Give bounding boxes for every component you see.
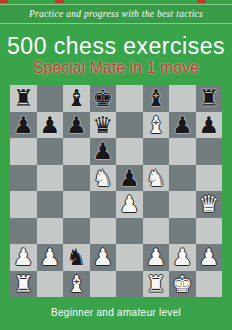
square-g7: ♟ bbox=[169, 112, 196, 139]
black-pawn: ♟ bbox=[198, 112, 219, 139]
black-rook: ♜ bbox=[13, 85, 34, 112]
black-pawn: ♟ bbox=[119, 165, 140, 192]
square-g2: ♟ bbox=[169, 244, 196, 271]
square-c5 bbox=[63, 165, 90, 192]
red-edge-mark bbox=[55, 0, 64, 3]
square-d6: ♟ bbox=[90, 138, 117, 165]
square-c6 bbox=[63, 138, 90, 165]
square-a2: ♟ bbox=[10, 244, 37, 271]
white-knight: ♞ bbox=[92, 165, 113, 192]
square-c8: ♝ bbox=[63, 85, 90, 112]
white-pawn: ♟ bbox=[198, 244, 219, 271]
square-b5 bbox=[37, 165, 64, 192]
black-knight: ♞ bbox=[66, 244, 87, 271]
square-e1 bbox=[116, 271, 143, 298]
square-e4: ♟ bbox=[116, 191, 143, 218]
square-c2: ♞ bbox=[63, 244, 90, 271]
square-c4 bbox=[63, 191, 90, 218]
white-pawn: ♟ bbox=[39, 244, 60, 271]
square-d7: ♛ bbox=[90, 112, 117, 139]
book-cover: Practice and progress with the best tact… bbox=[0, 0, 232, 330]
square-c1: ♝ bbox=[63, 271, 90, 298]
square-h5 bbox=[196, 165, 223, 192]
black-pawn: ♟ bbox=[92, 138, 113, 165]
square-f8: ♝ bbox=[143, 85, 170, 112]
subtitle: Special Mate in 1 move bbox=[0, 58, 232, 78]
black-king: ♚ bbox=[92, 85, 113, 112]
square-h6 bbox=[196, 138, 223, 165]
square-d8: ♚ bbox=[90, 85, 117, 112]
black-rook: ♜ bbox=[198, 85, 219, 112]
square-a4 bbox=[10, 191, 37, 218]
white-rook: ♜ bbox=[145, 271, 166, 298]
square-b2: ♟ bbox=[37, 244, 64, 271]
square-a8: ♜ bbox=[10, 85, 37, 112]
banner-text: Practice and progress with the best tact… bbox=[29, 9, 203, 19]
black-pawn: ♟ bbox=[13, 112, 34, 139]
square-f3 bbox=[143, 218, 170, 245]
white-rook: ♜ bbox=[13, 271, 34, 298]
square-h8: ♜ bbox=[196, 85, 223, 112]
square-d2: ♟ bbox=[90, 244, 117, 271]
square-h7: ♟ bbox=[196, 112, 223, 139]
square-a1: ♜ bbox=[10, 271, 37, 298]
square-g5 bbox=[169, 165, 196, 192]
square-h1 bbox=[196, 271, 223, 298]
black-bishop: ♝ bbox=[145, 85, 166, 112]
white-pawn: ♟ bbox=[92, 244, 113, 271]
page-title: 500 chess exercises bbox=[0, 33, 232, 59]
white-queen: ♛ bbox=[198, 191, 219, 218]
white-king: ♚ bbox=[172, 271, 193, 298]
black-bishop: ♝ bbox=[66, 85, 87, 112]
white-pawn: ♟ bbox=[172, 244, 193, 271]
square-e8 bbox=[116, 85, 143, 112]
square-f6 bbox=[143, 138, 170, 165]
square-g4 bbox=[169, 191, 196, 218]
square-f4 bbox=[143, 191, 170, 218]
square-f1: ♜ bbox=[143, 271, 170, 298]
square-b1 bbox=[37, 271, 64, 298]
white-bishop: ♝ bbox=[145, 112, 166, 139]
red-edge-mark bbox=[0, 0, 8, 3]
square-h2: ♟ bbox=[196, 244, 223, 271]
square-h3 bbox=[196, 218, 223, 245]
black-queen: ♛ bbox=[92, 112, 113, 139]
square-d4 bbox=[90, 191, 117, 218]
white-pawn: ♟ bbox=[119, 191, 140, 218]
square-b3 bbox=[37, 218, 64, 245]
square-e6 bbox=[116, 138, 143, 165]
square-c7: ♟ bbox=[63, 112, 90, 139]
square-d3 bbox=[90, 218, 117, 245]
square-b8 bbox=[37, 85, 64, 112]
square-g6 bbox=[169, 138, 196, 165]
white-bishop: ♝ bbox=[66, 271, 87, 298]
square-e7 bbox=[116, 112, 143, 139]
black-pawn: ♟ bbox=[66, 112, 87, 139]
square-g3 bbox=[169, 218, 196, 245]
square-a5 bbox=[10, 165, 37, 192]
square-c3 bbox=[63, 218, 90, 245]
square-a3 bbox=[10, 218, 37, 245]
square-d5: ♞ bbox=[90, 165, 117, 192]
white-knight: ♞ bbox=[145, 165, 166, 192]
square-g1: ♚ bbox=[169, 271, 196, 298]
square-a6 bbox=[10, 138, 37, 165]
square-b7: ♟ bbox=[37, 112, 64, 139]
black-pawn: ♟ bbox=[39, 112, 60, 139]
white-pawn: ♟ bbox=[13, 244, 34, 271]
footer-text: Beginner and amateur level bbox=[0, 307, 232, 318]
square-g8 bbox=[169, 85, 196, 112]
red-edge-mark bbox=[197, 0, 206, 3]
square-b6 bbox=[37, 138, 64, 165]
square-f2: ♟ bbox=[143, 244, 170, 271]
white-pawn: ♟ bbox=[145, 244, 166, 271]
top-banner: Practice and progress with the best tact… bbox=[0, 4, 232, 24]
square-h4: ♛ bbox=[196, 191, 223, 218]
square-a7: ♟ bbox=[10, 112, 37, 139]
square-d1 bbox=[90, 271, 117, 298]
square-f5: ♞ bbox=[143, 165, 170, 192]
square-f7: ♝ bbox=[143, 112, 170, 139]
chess-board: ♜♝♚♝♜♟♟♟♛♝♟♟♟♞♟♞♟♛♟♟♞♟♟♟♟♜♝♜♚ bbox=[10, 85, 222, 297]
square-e2 bbox=[116, 244, 143, 271]
square-b4 bbox=[37, 191, 64, 218]
square-e5: ♟ bbox=[116, 165, 143, 192]
square-e3 bbox=[116, 218, 143, 245]
black-pawn: ♟ bbox=[172, 112, 193, 139]
